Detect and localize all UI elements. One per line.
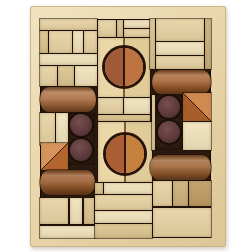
- circle-right-half: [125, 135, 144, 173]
- small-block[interactable]: [70, 198, 82, 224]
- cylinder-upper-right[interactable]: [152, 70, 211, 94]
- triangle-pair-left[interactable]: [41, 143, 68, 170]
- brick[interactable]: [75, 66, 97, 86]
- square-block[interactable]: [49, 31, 72, 53]
- brick[interactable]: [40, 66, 57, 86]
- half-plank[interactable]: [98, 98, 123, 114]
- stick[interactable]: [205, 19, 211, 69]
- brick[interactable]: [58, 66, 74, 86]
- split-cylinder-circle[interactable]: [102, 45, 146, 89]
- circle-panel-bottom[interactable]: [98, 122, 152, 182]
- square-block[interactable]: [173, 181, 188, 206]
- half-plank[interactable]: [124, 29, 150, 37]
- small-block[interactable]: [84, 198, 94, 224]
- product-photo-wooden-blocks: [0, 0, 252, 252]
- triangle-pair-right[interactable]: [183, 93, 211, 121]
- plank-top-left[interactable]: [40, 19, 97, 30]
- plank-bottom-center[interactable]: [95, 224, 152, 238]
- plank[interactable]: [95, 211, 152, 223]
- plum-disc[interactable]: [70, 114, 92, 136]
- plum-disc[interactable]: [158, 121, 180, 143]
- cylinder-lower-left[interactable]: [40, 170, 95, 195]
- brick[interactable]: [98, 20, 116, 37]
- plank[interactable]: [156, 56, 204, 69]
- brick[interactable]: [40, 113, 55, 145]
- wide-plank[interactable]: [156, 19, 204, 41]
- half-plank[interactable]: [124, 20, 150, 28]
- brick[interactable]: [56, 113, 68, 145]
- wooden-tray: [30, 6, 226, 247]
- square-block[interactable]: [153, 181, 172, 206]
- circle-right-half: [124, 48, 143, 86]
- square-block[interactable]: [40, 198, 68, 224]
- circle-seam: [124, 135, 126, 173]
- circle-panel-top[interactable]: [98, 38, 150, 97]
- circle-left-half: [105, 48, 124, 86]
- stick[interactable]: [150, 19, 155, 69]
- plank[interactable]: [95, 195, 152, 210]
- tray-interior: [40, 19, 211, 238]
- cylinder-lower-right[interactable]: [150, 155, 211, 180]
- plank-bottom-left[interactable]: [40, 226, 95, 238]
- small-block[interactable]: [84, 31, 97, 53]
- split-cylinder-circle[interactable]: [103, 132, 147, 176]
- half-plank[interactable]: [124, 98, 150, 114]
- thin-plank[interactable]: [98, 115, 150, 121]
- square-block[interactable]: [189, 181, 211, 206]
- square-block[interactable]: [183, 122, 211, 150]
- cylinder-upper-left[interactable]: [40, 87, 96, 112]
- small-block[interactable]: [73, 31, 83, 53]
- stick[interactable]: [117, 20, 123, 37]
- plank[interactable]: [104, 183, 152, 194]
- plum-disc[interactable]: [70, 139, 92, 161]
- circle-left-half: [106, 135, 125, 173]
- plum-disc[interactable]: [158, 96, 180, 118]
- circle-seam: [123, 48, 125, 86]
- small-block[interactable]: [40, 31, 48, 53]
- flat-panel-bottom-right[interactable]: [153, 208, 211, 237]
- plank[interactable]: [156, 42, 204, 55]
- small-block[interactable]: [95, 183, 103, 194]
- plank[interactable]: [40, 54, 97, 65]
